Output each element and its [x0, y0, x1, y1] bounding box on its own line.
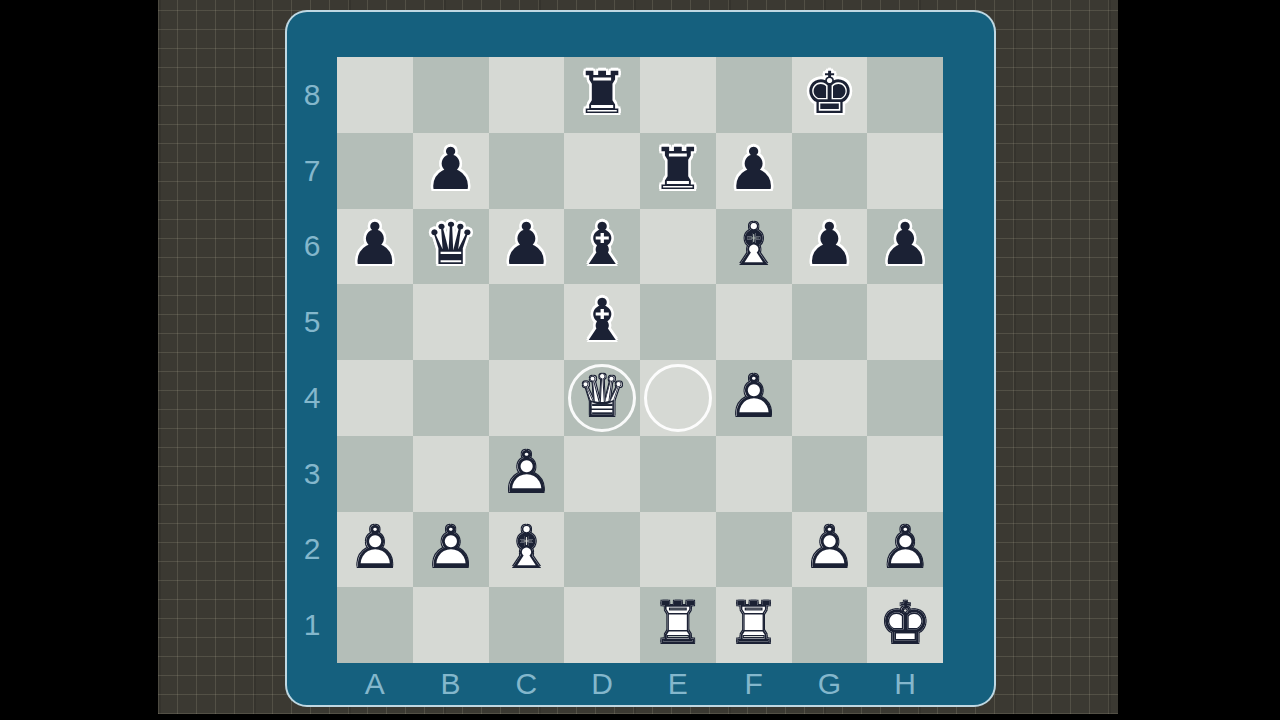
rank-label: 2	[287, 512, 337, 588]
square-h7[interactable]	[867, 133, 943, 209]
file-label: C	[489, 663, 565, 705]
black-rook[interactable]: ♜	[640, 133, 716, 209]
square-f6[interactable]: ♝♗	[716, 209, 792, 285]
square-b7[interactable]: ♟	[413, 133, 489, 209]
square-g8[interactable]: ♚	[792, 57, 868, 133]
black-rook[interactable]: ♜	[564, 57, 640, 133]
square-g6[interactable]: ♟	[792, 209, 868, 285]
rank-label: 5	[287, 284, 337, 360]
file-label: D	[564, 663, 640, 705]
square-c8[interactable]	[489, 57, 565, 133]
square-h8[interactable]	[867, 57, 943, 133]
square-f3[interactable]	[716, 436, 792, 512]
square-h1[interactable]: ♚♔	[867, 587, 943, 663]
square-a6[interactable]: ♟	[337, 209, 413, 285]
square-f5[interactable]	[716, 284, 792, 360]
white-pawn[interactable]: ♟♙	[413, 512, 489, 588]
white-king[interactable]: ♚♔	[867, 587, 943, 663]
square-d3[interactable]	[564, 436, 640, 512]
black-king[interactable]: ♚	[792, 57, 868, 133]
square-d8[interactable]: ♜	[564, 57, 640, 133]
square-e8[interactable]	[640, 57, 716, 133]
white-pawn[interactable]: ♟♙	[489, 436, 565, 512]
square-g7[interactable]	[792, 133, 868, 209]
white-bishop[interactable]: ♝♗	[489, 512, 565, 588]
square-e2[interactable]	[640, 512, 716, 588]
white-bishop[interactable]: ♝♗	[716, 209, 792, 285]
square-c3[interactable]: ♟♙	[489, 436, 565, 512]
black-pawn[interactable]: ♟	[413, 133, 489, 209]
square-a1[interactable]	[337, 587, 413, 663]
square-h6[interactable]: ♟	[867, 209, 943, 285]
file-label: H	[867, 663, 943, 705]
rank-label: 3	[287, 436, 337, 512]
square-g2[interactable]: ♟♙	[792, 512, 868, 588]
square-c2[interactable]: ♝♗	[489, 512, 565, 588]
square-f2[interactable]	[716, 512, 792, 588]
square-c5[interactable]	[489, 284, 565, 360]
square-a4[interactable]	[337, 360, 413, 436]
square-b3[interactable]	[413, 436, 489, 512]
square-b1[interactable]	[413, 587, 489, 663]
square-d2[interactable]	[564, 512, 640, 588]
square-b4[interactable]	[413, 360, 489, 436]
square-g1[interactable]	[792, 587, 868, 663]
file-label: B	[413, 663, 489, 705]
square-c6[interactable]: ♟	[489, 209, 565, 285]
rank-label: 7	[287, 133, 337, 209]
rank-label: 4	[287, 360, 337, 436]
square-e1[interactable]: ♜♖	[640, 587, 716, 663]
square-e4[interactable]	[640, 360, 716, 436]
file-label: A	[337, 663, 413, 705]
square-d5[interactable]: ♝	[564, 284, 640, 360]
rank-labels: 87654321	[287, 57, 337, 663]
chessboard-frame: 87654321 ABCDEFGH ♜♚♟♜♟♟♛♟♝♝♗♟♟♝♛♕♟♙♟♙♟♙…	[285, 10, 996, 707]
square-b6[interactable]: ♛	[413, 209, 489, 285]
square-e7[interactable]: ♜	[640, 133, 716, 209]
rank-label: 8	[287, 57, 337, 133]
white-rook[interactable]: ♜♖	[640, 587, 716, 663]
square-b2[interactable]: ♟♙	[413, 512, 489, 588]
file-label: F	[716, 663, 792, 705]
chess-board: ♜♚♟♜♟♟♛♟♝♝♗♟♟♝♛♕♟♙♟♙♟♙♟♙♝♗♟♙♟♙♜♖♜♖♚♔	[337, 57, 943, 663]
square-f4[interactable]: ♟♙	[716, 360, 792, 436]
square-a3[interactable]	[337, 436, 413, 512]
square-d4[interactable]: ♛♕	[564, 360, 640, 436]
square-h2[interactable]: ♟♙	[867, 512, 943, 588]
square-g3[interactable]	[792, 436, 868, 512]
square-h5[interactable]	[867, 284, 943, 360]
square-c4[interactable]	[489, 360, 565, 436]
black-pawn[interactable]: ♟	[337, 209, 413, 285]
black-bishop[interactable]: ♝	[564, 284, 640, 360]
square-f1[interactable]: ♜♖	[716, 587, 792, 663]
square-g5[interactable]	[792, 284, 868, 360]
white-pawn[interactable]: ♟♙	[337, 512, 413, 588]
square-f7[interactable]: ♟	[716, 133, 792, 209]
white-rook[interactable]: ♜♖	[716, 587, 792, 663]
rank-label: 1	[287, 587, 337, 663]
file-label: G	[792, 663, 868, 705]
rank-label: 6	[287, 209, 337, 285]
square-a7[interactable]	[337, 133, 413, 209]
black-bishop[interactable]: ♝	[564, 209, 640, 285]
square-d1[interactable]	[564, 587, 640, 663]
square-c1[interactable]	[489, 587, 565, 663]
square-e6[interactable]	[640, 209, 716, 285]
square-d6[interactable]: ♝	[564, 209, 640, 285]
square-b5[interactable]	[413, 284, 489, 360]
square-b8[interactable]	[413, 57, 489, 133]
square-e3[interactable]	[640, 436, 716, 512]
square-a5[interactable]	[337, 284, 413, 360]
white-queen[interactable]: ♛♕	[564, 360, 640, 436]
square-e5[interactable]	[640, 284, 716, 360]
video-frame: 87654321 ABCDEFGH ♜♚♟♜♟♟♛♟♝♝♗♟♟♝♛♕♟♙♟♙♟♙…	[0, 0, 1280, 720]
square-d7[interactable]	[564, 133, 640, 209]
file-label: E	[640, 663, 716, 705]
white-pawn[interactable]: ♟♙	[867, 512, 943, 588]
file-labels: ABCDEFGH	[337, 663, 943, 705]
white-pawn[interactable]: ♟♙	[716, 360, 792, 436]
square-f8[interactable]	[716, 57, 792, 133]
square-a8[interactable]	[337, 57, 413, 133]
square-c7[interactable]	[489, 133, 565, 209]
move-circle-e4	[644, 364, 712, 432]
square-h4[interactable]	[867, 360, 943, 436]
square-g4[interactable]	[792, 360, 868, 436]
white-pawn[interactable]: ♟♙	[792, 512, 868, 588]
square-h3[interactable]	[867, 436, 943, 512]
black-pawn[interactable]: ♟	[489, 209, 565, 285]
black-pawn[interactable]: ♟	[792, 209, 868, 285]
black-pawn[interactable]: ♟	[867, 209, 943, 285]
black-pawn[interactable]: ♟	[716, 133, 792, 209]
black-queen[interactable]: ♛	[413, 209, 489, 285]
square-a2[interactable]: ♟♙	[337, 512, 413, 588]
